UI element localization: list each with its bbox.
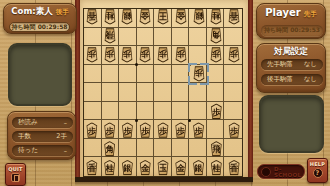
brand-mark-icon <box>261 167 271 177</box>
sente-handicap-value: なし <box>304 60 317 69</box>
board-square[interactable] <box>119 102 137 121</box>
opponent-info-card: Com:素人後手 持ち時間 00:29:58 <box>3 3 77 34</box>
board-square[interactable] <box>189 46 207 65</box>
gote-handicap-label: 後手駒落 <box>267 75 293 84</box>
board-square[interactable] <box>119 28 137 47</box>
board-square[interactable] <box>189 28 207 47</box>
opponent-name: Com:素人 <box>11 6 52 16</box>
board-square[interactable] <box>102 83 120 102</box>
board-square[interactable] <box>154 102 172 121</box>
help-button[interactable]: HELP ? <box>307 158 328 183</box>
board-square[interactable] <box>224 102 242 121</box>
board-square[interactable] <box>102 102 120 121</box>
board-square[interactable] <box>172 83 190 102</box>
help-button-label: HELP <box>308 161 327 167</box>
board-square[interactable] <box>224 83 242 102</box>
board-square[interactable] <box>154 28 172 47</box>
move-count-value: 2手 <box>56 132 67 141</box>
quit-button-label: QUIT <box>6 166 25 172</box>
board-square[interactable] <box>137 28 155 47</box>
brand-badge: D-SCHOOL <box>257 164 305 179</box>
board-square[interactable] <box>189 83 207 102</box>
takeback-value: – <box>64 147 67 155</box>
exit-door-icon <box>11 173 20 182</box>
board-square[interactable] <box>207 120 225 139</box>
board-square[interactable] <box>84 139 102 158</box>
hoshi-dot <box>188 63 191 66</box>
board-square[interactable] <box>84 65 102 84</box>
player-side-label: 先手 <box>304 10 317 18</box>
board-square[interactable] <box>137 65 155 84</box>
board-square[interactable] <box>84 102 102 121</box>
byoyomi-value: – <box>64 119 67 127</box>
settings-title: 対局設定 <box>257 46 325 58</box>
opponent-captured-tray <box>8 43 72 106</box>
board-square[interactable] <box>207 83 225 102</box>
player-title: Player先手 <box>257 7 325 19</box>
quit-button[interactable]: QUIT <box>5 163 26 186</box>
opponent-title: Com:素人後手 <box>4 6 76 18</box>
board-square[interactable] <box>224 28 242 47</box>
board-right-rail <box>248 0 253 182</box>
opponent-time-display: 持ち時間 00:29:58 <box>9 22 70 32</box>
board-square[interactable] <box>84 83 102 102</box>
board-square[interactable] <box>154 83 172 102</box>
question-mark-icon: ? <box>313 168 323 178</box>
byoyomi-label: 秒読み <box>18 118 38 127</box>
board-square[interactable] <box>137 102 155 121</box>
board-square[interactable] <box>207 65 225 84</box>
takeback-label: 待った <box>18 146 38 155</box>
player-info-card: Player先手 持ち時間 00:29:53 <box>256 3 326 39</box>
brand-text: D-SCHOOL <box>274 166 301 178</box>
sente-handicap-label: 先手駒落 <box>267 60 293 69</box>
board-square[interactable] <box>172 139 190 158</box>
player-name: Player <box>265 7 300 18</box>
move-count-row: 手数 2手 <box>12 131 73 142</box>
board-square[interactable] <box>172 65 190 84</box>
board-square[interactable] <box>189 139 207 158</box>
game-settings-card: 対局設定 先手駒落 なし 後手駒落 なし <box>256 43 326 93</box>
board-square[interactable] <box>119 139 137 158</box>
board-square[interactable] <box>172 102 190 121</box>
opponent-side-label: 後手 <box>56 8 69 16</box>
board-square[interactable] <box>154 139 172 158</box>
shogi-game-screen: 香桂銀金王金銀桂香飛角歩歩歩歩歩歩歩歩歩歩歩歩歩歩歩歩歩歩角飛香桂銀金玉金銀桂香… <box>0 0 330 186</box>
board-square[interactable] <box>102 65 120 84</box>
game-stats-card: 秒読み – 手数 2手 待った – <box>7 111 76 160</box>
board-square[interactable] <box>84 28 102 47</box>
move-count-label: 手数 <box>18 132 31 141</box>
board-square[interactable] <box>137 83 155 102</box>
gote-handicap-row: 後手駒落 なし <box>261 74 323 85</box>
board-square[interactable] <box>224 65 242 84</box>
gote-handicap-value: なし <box>304 75 317 84</box>
board-square[interactable] <box>137 139 155 158</box>
byoyomi-row: 秒読み – <box>12 117 73 128</box>
board-square[interactable] <box>119 65 137 84</box>
board-square[interactable] <box>224 139 242 158</box>
takeback-row: 待った – <box>12 145 73 156</box>
hoshi-dot <box>135 63 138 66</box>
player-time-display: 持ち時間 00:29:53 <box>261 25 323 36</box>
board-square[interactable] <box>189 102 207 121</box>
board-shadow <box>75 182 253 186</box>
player-captured-tray <box>259 95 324 153</box>
hoshi-dot <box>135 119 138 122</box>
board-square[interactable] <box>119 83 137 102</box>
board-square[interactable] <box>154 65 172 84</box>
board-square[interactable] <box>172 28 190 47</box>
sente-handicap-row: 先手駒落 なし <box>261 59 323 70</box>
